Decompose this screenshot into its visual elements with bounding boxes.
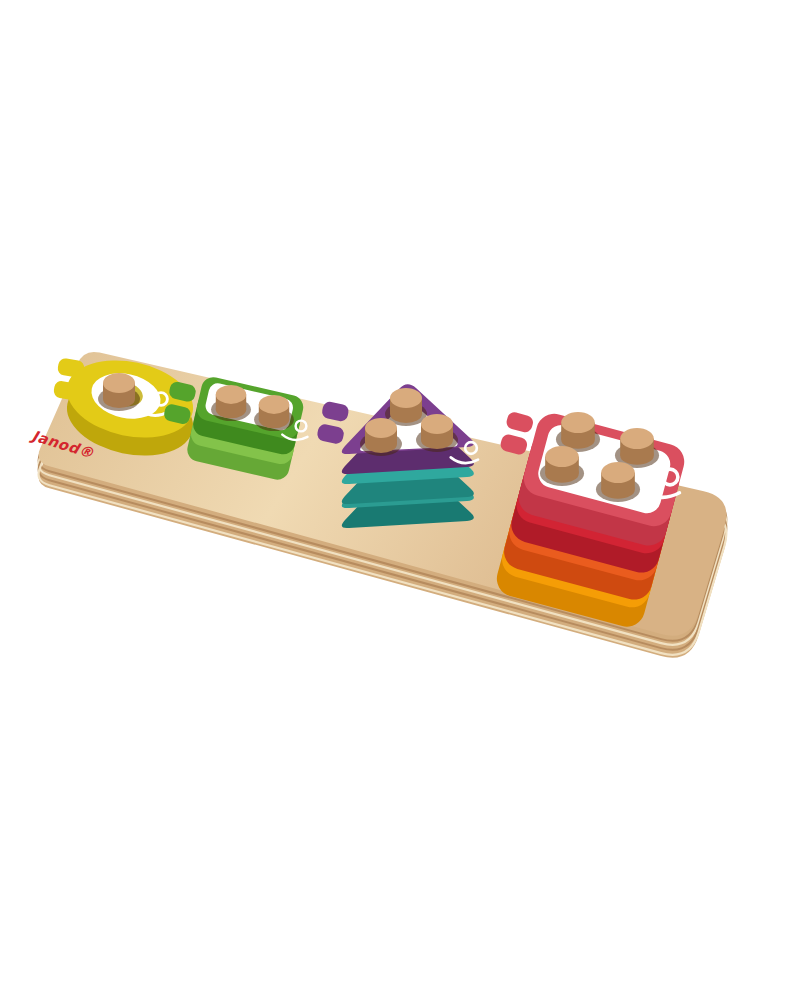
product-photo: Janod® (0, 0, 800, 1000)
square-tail (499, 411, 534, 456)
toy-scene: Janod® (0, 0, 800, 1000)
